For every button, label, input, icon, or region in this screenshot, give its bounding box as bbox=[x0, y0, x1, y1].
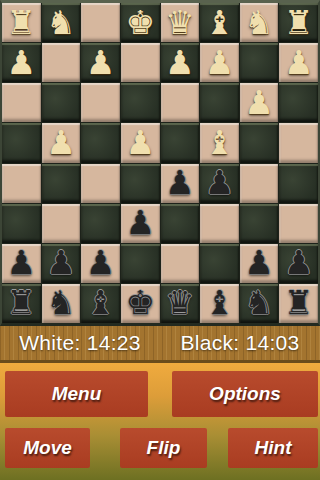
square-f1[interactable] bbox=[81, 3, 120, 42]
black-king: ♚ bbox=[125, 284, 155, 322]
square-e4[interactable]: ♟ bbox=[121, 123, 160, 162]
black-pawn: ♟ bbox=[7, 244, 37, 282]
square-g8[interactable]: ♞ bbox=[42, 284, 81, 323]
square-e3[interactable] bbox=[121, 83, 160, 122]
white-pawn: ♟ bbox=[244, 84, 274, 122]
square-c8[interactable]: ♝ bbox=[200, 284, 239, 323]
white-bishop: ♝ bbox=[205, 124, 235, 162]
black-pawn: ♟ bbox=[205, 164, 235, 202]
square-g5[interactable] bbox=[42, 164, 81, 203]
square-c6[interactable] bbox=[200, 204, 239, 243]
square-b4[interactable] bbox=[240, 123, 279, 162]
flip-button[interactable]: Flip bbox=[120, 428, 207, 468]
square-g6[interactable] bbox=[42, 204, 81, 243]
square-a5[interactable] bbox=[279, 164, 318, 203]
white-rook: ♜ bbox=[284, 4, 314, 42]
move-button[interactable]: Move bbox=[5, 428, 90, 468]
square-f5[interactable] bbox=[81, 164, 120, 203]
square-a8[interactable]: ♜ bbox=[279, 284, 318, 323]
square-d3[interactable] bbox=[161, 83, 200, 122]
black-queen: ♛ bbox=[165, 284, 195, 322]
black-bishop: ♝ bbox=[205, 284, 235, 322]
square-c3[interactable] bbox=[200, 83, 239, 122]
black-knight: ♞ bbox=[46, 284, 76, 322]
square-d7[interactable] bbox=[161, 244, 200, 283]
square-g1[interactable]: ♞ bbox=[42, 3, 81, 42]
square-b2[interactable] bbox=[240, 43, 279, 82]
square-g4[interactable]: ♟ bbox=[42, 123, 81, 162]
black-clock: Black: 14:03 bbox=[160, 326, 320, 360]
black-pawn: ♟ bbox=[244, 244, 274, 282]
square-e1[interactable]: ♚ bbox=[121, 3, 160, 42]
square-a6[interactable] bbox=[279, 204, 318, 243]
square-h3[interactable] bbox=[2, 83, 41, 122]
square-b8[interactable]: ♞ bbox=[240, 284, 279, 323]
white-pawn: ♟ bbox=[7, 44, 37, 82]
black-bishop: ♝ bbox=[86, 284, 116, 322]
black-knight: ♞ bbox=[244, 284, 274, 322]
square-f4[interactable] bbox=[81, 123, 120, 162]
square-h4[interactable] bbox=[2, 123, 41, 162]
square-a1[interactable]: ♜ bbox=[279, 3, 318, 42]
square-h2[interactable]: ♟ bbox=[2, 43, 41, 82]
menu-button[interactable]: Menu bbox=[5, 371, 148, 417]
black-rook: ♜ bbox=[284, 284, 314, 322]
white-pawn: ♟ bbox=[284, 44, 314, 82]
square-b5[interactable] bbox=[240, 164, 279, 203]
square-f2[interactable]: ♟ bbox=[81, 43, 120, 82]
chess-app-screen: ♜♞♚♛♝♞♜♟♟♟♟♟♟♟♟♝♟♟♟♟♟♟♟♟♜♞♝♚♛♝♞♜ White: … bbox=[0, 0, 320, 480]
options-button[interactable]: Options bbox=[172, 371, 318, 417]
square-a7[interactable]: ♟ bbox=[279, 244, 318, 283]
square-h7[interactable]: ♟ bbox=[2, 244, 41, 283]
square-h5[interactable] bbox=[2, 164, 41, 203]
white-pawn: ♟ bbox=[46, 124, 76, 162]
square-f6[interactable] bbox=[81, 204, 120, 243]
square-c4[interactable]: ♝ bbox=[200, 123, 239, 162]
white-bishop: ♝ bbox=[205, 4, 235, 42]
board-frame: ♜♞♚♛♝♞♜♟♟♟♟♟♟♟♟♝♟♟♟♟♟♟♟♟♜♞♝♚♛♝♞♜ bbox=[0, 0, 320, 326]
square-d1[interactable]: ♛ bbox=[161, 3, 200, 42]
square-b3[interactable]: ♟ bbox=[240, 83, 279, 122]
black-pawn: ♟ bbox=[284, 244, 314, 282]
black-rook: ♜ bbox=[7, 284, 37, 322]
square-d2[interactable]: ♟ bbox=[161, 43, 200, 82]
square-g7[interactable]: ♟ bbox=[42, 244, 81, 283]
white-pawn: ♟ bbox=[165, 44, 195, 82]
white-queen: ♛ bbox=[165, 4, 195, 42]
square-a3[interactable] bbox=[279, 83, 318, 122]
square-h1[interactable]: ♜ bbox=[2, 3, 41, 42]
square-e6[interactable]: ♟ bbox=[121, 204, 160, 243]
square-e7[interactable] bbox=[121, 244, 160, 283]
black-pawn: ♟ bbox=[86, 244, 116, 282]
square-a2[interactable]: ♟ bbox=[279, 43, 318, 82]
square-f7[interactable]: ♟ bbox=[81, 244, 120, 283]
square-c1[interactable]: ♝ bbox=[200, 3, 239, 42]
square-b1[interactable]: ♞ bbox=[240, 3, 279, 42]
white-pawn: ♟ bbox=[86, 44, 116, 82]
square-h8[interactable]: ♜ bbox=[2, 284, 41, 323]
square-b7[interactable]: ♟ bbox=[240, 244, 279, 283]
white-rook: ♜ bbox=[7, 4, 37, 42]
square-f3[interactable] bbox=[81, 83, 120, 122]
white-clock: White: 14:23 bbox=[0, 326, 160, 360]
white-knight: ♞ bbox=[244, 4, 274, 42]
hint-button[interactable]: Hint bbox=[228, 428, 318, 468]
white-pawn: ♟ bbox=[205, 44, 235, 82]
square-d6[interactable] bbox=[161, 204, 200, 243]
black-pawn: ♟ bbox=[165, 164, 195, 202]
chess-board: ♜♞♚♛♝♞♜♟♟♟♟♟♟♟♟♝♟♟♟♟♟♟♟♟♜♞♝♚♛♝♞♜ bbox=[2, 3, 318, 323]
square-h6[interactable] bbox=[2, 204, 41, 243]
square-c2[interactable]: ♟ bbox=[200, 43, 239, 82]
square-a4[interactable] bbox=[279, 123, 318, 162]
white-pawn: ♟ bbox=[125, 124, 155, 162]
white-knight: ♞ bbox=[46, 4, 76, 42]
square-d8[interactable]: ♛ bbox=[161, 284, 200, 323]
control-panel: Menu Options Move Flip Hint bbox=[0, 363, 320, 480]
square-e5[interactable] bbox=[121, 164, 160, 203]
black-pawn: ♟ bbox=[125, 204, 155, 242]
black-pawn: ♟ bbox=[46, 244, 76, 282]
square-g3[interactable] bbox=[42, 83, 81, 122]
clock-bar: White: 14:23 Black: 14:03 bbox=[0, 326, 320, 363]
square-d4[interactable] bbox=[161, 123, 200, 162]
square-e8[interactable]: ♚ bbox=[121, 284, 160, 323]
square-f8[interactable]: ♝ bbox=[81, 284, 120, 323]
square-c5[interactable]: ♟ bbox=[200, 164, 239, 203]
white-king: ♚ bbox=[125, 4, 155, 42]
square-d5[interactable]: ♟ bbox=[161, 164, 200, 203]
square-e2[interactable] bbox=[121, 43, 160, 82]
square-b6[interactable] bbox=[240, 204, 279, 243]
square-c7[interactable] bbox=[200, 244, 239, 283]
square-g2[interactable] bbox=[42, 43, 81, 82]
